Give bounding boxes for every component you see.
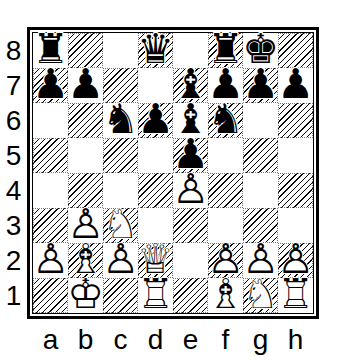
square-h2[interactable]: ♟♙ — [278, 243, 313, 278]
pawn-icon: ♟ — [68, 67, 103, 102]
piece-white-rook[interactable]: ♜♖ — [278, 278, 313, 313]
pawn-icon: ♟ — [208, 67, 243, 102]
rank-label-3: 3 — [1, 208, 26, 243]
square-f3[interactable] — [208, 208, 243, 243]
piece-black-knight[interactable]: ♞ — [103, 103, 138, 138]
square-g4[interactable] — [243, 173, 278, 208]
piece-black-king[interactable]: ♚ — [243, 33, 278, 68]
square-c7[interactable] — [103, 68, 138, 103]
square-a2[interactable]: ♟♙ — [33, 243, 68, 278]
rank-label-4: 4 — [1, 173, 26, 208]
piece-white-knight[interactable]: ♞♘ — [103, 208, 138, 243]
square-b1[interactable]: ♚♔ — [68, 278, 103, 313]
square-e3[interactable] — [173, 208, 208, 243]
rank-label-6: 6 — [1, 103, 26, 138]
square-h3[interactable] — [278, 208, 313, 243]
pawn-icon-fill: ♟ — [173, 172, 208, 207]
piece-black-queen[interactable]: ♛ — [138, 33, 173, 68]
knight-icon: ♞ — [208, 102, 243, 137]
bishop-icon-fill: ♝ — [208, 277, 243, 312]
square-d3[interactable] — [138, 208, 173, 243]
square-a7[interactable]: ♟ — [33, 68, 68, 103]
square-b2[interactable]: ♝♗ — [68, 243, 103, 278]
pawn-icon: ♟ — [278, 67, 313, 102]
square-f1[interactable]: ♝♗ — [208, 278, 243, 313]
piece-white-pawn[interactable]: ♟♙ — [68, 208, 103, 243]
square-g3[interactable] — [243, 208, 278, 243]
square-e6[interactable]: ♝ — [173, 103, 208, 138]
piece-white-pawn[interactable]: ♟♙ — [208, 243, 243, 278]
rook-icon-fill: ♜ — [138, 277, 173, 312]
piece-white-pawn[interactable]: ♟♙ — [243, 243, 278, 278]
knight-icon: ♘ — [103, 207, 138, 242]
bishop-icon-fill: ♝ — [68, 242, 103, 277]
pawn-icon: ♙ — [243, 242, 278, 277]
file-label-e: e — [173, 323, 208, 357]
square-e7[interactable]: ♝ — [173, 68, 208, 103]
queen-icon: ♛ — [138, 32, 173, 67]
piece-black-pawn[interactable]: ♟ — [138, 103, 173, 138]
piece-white-knight[interactable]: ♞♘ — [243, 278, 278, 313]
piece-black-pawn[interactable]: ♟ — [33, 68, 68, 103]
square-b5[interactable] — [68, 138, 103, 173]
pawn-icon: ♟ — [33, 67, 68, 102]
square-d6[interactable]: ♟ — [138, 103, 173, 138]
square-g7[interactable]: ♟ — [243, 68, 278, 103]
chess-diagram: 87654321 ♜♛♜♚♟♟♝♟♟♟♞♟♝♞♟♟♙♟♙♞♘♟♙♝♗♟♙♛♕♟♙… — [0, 0, 360, 360]
rank-label-5: 5 — [1, 138, 26, 173]
rank-label-8: 8 — [1, 33, 26, 68]
square-c8[interactable] — [103, 33, 138, 68]
square-c1[interactable] — [103, 278, 138, 313]
square-d5[interactable] — [138, 138, 173, 173]
pawn-icon: ♟ — [173, 137, 208, 172]
square-f6[interactable]: ♞ — [208, 103, 243, 138]
piece-white-bishop[interactable]: ♝♗ — [68, 243, 103, 278]
bishop-icon: ♝ — [173, 102, 208, 137]
piece-black-knight[interactable]: ♞ — [208, 103, 243, 138]
piece-white-bishop[interactable]: ♝♗ — [208, 278, 243, 313]
pawn-icon: ♙ — [278, 242, 313, 277]
pawn-icon-fill: ♟ — [103, 242, 138, 277]
bishop-icon: ♗ — [68, 242, 103, 277]
square-a6[interactable] — [33, 103, 68, 138]
rook-icon: ♖ — [138, 277, 173, 312]
square-d4[interactable] — [138, 173, 173, 208]
piece-black-pawn[interactable]: ♟ — [173, 138, 208, 173]
square-f8[interactable]: ♜ — [208, 33, 243, 68]
file-label-c: c — [103, 323, 138, 357]
square-h1[interactable]: ♜♖ — [278, 278, 313, 313]
piece-white-pawn[interactable]: ♟♙ — [33, 243, 68, 278]
pawn-icon: ♙ — [208, 242, 243, 277]
pawn-icon-fill: ♟ — [278, 242, 313, 277]
pawn-icon: ♙ — [173, 172, 208, 207]
file-label-g: g — [243, 323, 278, 357]
king-icon: ♔ — [68, 277, 103, 312]
square-c3[interactable]: ♞♘ — [103, 208, 138, 243]
square-h4[interactable] — [278, 173, 313, 208]
pawn-icon: ♟ — [243, 67, 278, 102]
square-h6[interactable] — [278, 103, 313, 138]
square-e5[interactable]: ♟ — [173, 138, 208, 173]
bishop-icon: ♗ — [208, 277, 243, 312]
knight-icon: ♘ — [243, 277, 278, 312]
piece-black-rook[interactable]: ♜ — [33, 33, 68, 68]
square-a1[interactable] — [33, 278, 68, 313]
file-label-h: h — [278, 323, 313, 357]
square-c6[interactable]: ♞ — [103, 103, 138, 138]
square-d8[interactable]: ♛ — [138, 33, 173, 68]
pawn-icon-fill: ♟ — [243, 242, 278, 277]
piece-black-pawn[interactable]: ♟ — [208, 68, 243, 103]
square-h8[interactable] — [278, 33, 313, 68]
square-a8[interactable]: ♜ — [33, 33, 68, 68]
square-b4[interactable] — [68, 173, 103, 208]
knight-icon-fill: ♞ — [103, 207, 138, 242]
square-g5[interactable] — [243, 138, 278, 173]
pawn-icon-fill: ♟ — [208, 242, 243, 277]
piece-white-rook[interactable]: ♜♖ — [138, 278, 173, 313]
piece-black-rook[interactable]: ♜ — [208, 33, 243, 68]
square-g2[interactable]: ♟♙ — [243, 243, 278, 278]
square-f4[interactable] — [208, 173, 243, 208]
piece-white-queen[interactable]: ♛♕ — [138, 243, 173, 278]
pawn-icon-fill: ♟ — [33, 242, 68, 277]
square-c4[interactable] — [103, 173, 138, 208]
square-b6[interactable] — [68, 103, 103, 138]
piece-black-pawn[interactable]: ♟ — [243, 68, 278, 103]
piece-white-pawn[interactable]: ♟♙ — [103, 243, 138, 278]
rook-icon: ♜ — [33, 32, 68, 67]
rank-labels: 87654321 — [1, 33, 26, 313]
piece-black-pawn[interactable]: ♟ — [278, 68, 313, 103]
file-label-a: a — [33, 323, 68, 357]
square-e1[interactable] — [173, 278, 208, 313]
square-f2[interactable]: ♟♙ — [208, 243, 243, 278]
square-f7[interactable]: ♟ — [208, 68, 243, 103]
file-label-d: d — [138, 323, 173, 357]
queen-icon-fill: ♛ — [138, 242, 173, 277]
rank-label-2: 2 — [1, 243, 26, 278]
square-b8[interactable] — [68, 33, 103, 68]
square-d2[interactable]: ♛♕ — [138, 243, 173, 278]
piece-black-bishop[interactable]: ♝ — [173, 68, 208, 103]
rank-label-7: 7 — [1, 68, 26, 103]
bishop-icon: ♝ — [173, 67, 208, 102]
king-icon-fill: ♚ — [68, 277, 103, 312]
square-g6[interactable] — [243, 103, 278, 138]
pawn-icon: ♙ — [33, 242, 68, 277]
square-h7[interactable]: ♟ — [278, 68, 313, 103]
file-label-f: f — [208, 323, 243, 357]
piece-black-bishop[interactable]: ♝ — [173, 103, 208, 138]
pawn-icon-fill: ♟ — [68, 207, 103, 242]
board-inner-frame: ♜♛♜♚♟♟♝♟♟♟♞♟♝♞♟♟♙♟♙♞♘♟♙♝♗♟♙♛♕♟♙♟♙♟♙♚♔♜♖♝… — [32, 32, 314, 314]
piece-black-pawn[interactable]: ♟ — [68, 68, 103, 103]
pawn-icon: ♙ — [103, 242, 138, 277]
king-icon: ♚ — [243, 32, 278, 67]
queen-icon: ♕ — [138, 242, 173, 277]
square-a4[interactable] — [33, 173, 68, 208]
file-label-b: b — [68, 323, 103, 357]
square-f5[interactable] — [208, 138, 243, 173]
square-b7[interactable]: ♟ — [68, 68, 103, 103]
square-e2[interactable] — [173, 243, 208, 278]
square-c2[interactable]: ♟♙ — [103, 243, 138, 278]
rook-icon: ♜ — [208, 32, 243, 67]
rook-icon: ♖ — [278, 277, 313, 312]
square-d7[interactable] — [138, 68, 173, 103]
knight-icon-fill: ♞ — [243, 277, 278, 312]
board-frame: ♜♛♜♚♟♟♝♟♟♟♞♟♝♞♟♟♙♟♙♞♘♟♙♝♗♟♙♛♕♟♙♟♙♟♙♚♔♜♖♝… — [27, 27, 319, 319]
square-h5[interactable] — [278, 138, 313, 173]
square-c5[interactable] — [103, 138, 138, 173]
pawn-icon: ♙ — [68, 207, 103, 242]
piece-white-pawn[interactable]: ♟♙ — [173, 173, 208, 208]
rook-icon-fill: ♜ — [278, 277, 313, 312]
rank-label-1: 1 — [1, 278, 26, 313]
square-e4[interactable]: ♟♙ — [173, 173, 208, 208]
square-a5[interactable] — [33, 138, 68, 173]
piece-white-king[interactable]: ♚♔ — [68, 278, 103, 313]
square-g1[interactable]: ♞♘ — [243, 278, 278, 313]
file-labels: abcdefgh — [33, 323, 313, 357]
knight-icon: ♞ — [103, 102, 138, 137]
chess-board: ♜♛♜♚♟♟♝♟♟♟♞♟♝♞♟♟♙♟♙♞♘♟♙♝♗♟♙♛♕♟♙♟♙♟♙♚♔♜♖♝… — [33, 33, 313, 313]
square-b3[interactable]: ♟♙ — [68, 208, 103, 243]
pawn-icon: ♟ — [138, 102, 173, 137]
square-a3[interactable] — [33, 208, 68, 243]
square-d1[interactable]: ♜♖ — [138, 278, 173, 313]
square-e8[interactable] — [173, 33, 208, 68]
square-g8[interactable]: ♚ — [243, 33, 278, 68]
piece-white-pawn[interactable]: ♟♙ — [278, 243, 313, 278]
